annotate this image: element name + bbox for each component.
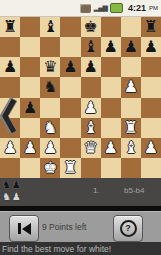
status-bar: ▂▄▆ 4:21 PM	[0, 0, 161, 17]
square-d6[interactable]: ♟	[60, 57, 80, 77]
square-f8[interactable]	[101, 17, 121, 37]
white-pawn: ♟	[23, 140, 37, 156]
captured-pieces-tray: ♞♟ ♞♟	[2, 179, 21, 203]
square-f3[interactable]	[101, 118, 121, 138]
black-bishop: ♝	[83, 39, 97, 55]
black-king: ♚	[83, 19, 97, 35]
square-e3[interactable]: ♝	[81, 118, 101, 138]
question-mark-icon: ?	[120, 220, 137, 237]
square-f6[interactable]	[101, 57, 121, 77]
square-b7[interactable]	[20, 37, 40, 57]
square-b2[interactable]: ♟	[20, 138, 40, 158]
square-c4[interactable]	[40, 98, 60, 118]
square-e6[interactable]: ♟	[81, 57, 101, 77]
square-c1[interactable]: ♚	[40, 158, 60, 178]
square-e8[interactable]: ♚	[81, 17, 101, 37]
square-g8[interactable]	[121, 17, 141, 37]
toolbar: 9 Points left ?	[0, 211, 161, 242]
square-a2[interactable]: ♟	[0, 138, 20, 158]
square-f7[interactable]: ♟	[101, 37, 121, 57]
square-c2[interactable]: ♟	[40, 138, 60, 158]
captured-white-knight: ♞	[2, 191, 11, 203]
square-h2[interactable]: ♟	[141, 138, 161, 158]
square-g7[interactable]: ♟	[121, 37, 141, 57]
white-pawn: ♟	[144, 140, 158, 156]
white-king: ♚	[43, 160, 57, 176]
black-rook: ♜	[3, 19, 17, 35]
prompt-message: Find the best move for white!	[0, 242, 161, 255]
captured-white-pieces: ♞♟	[2, 191, 21, 203]
help-button[interactable]: ?	[113, 215, 143, 242]
black-pawn: ♟	[23, 100, 37, 116]
square-h7[interactable]: ♟	[141, 37, 161, 57]
white-bishop: ♝	[83, 120, 97, 136]
black-rook: ♜	[144, 19, 158, 35]
black-queen: ♛	[43, 59, 57, 75]
square-b4[interactable]: ♟	[20, 98, 40, 118]
previous-move-arrow-icon[interactable]	[0, 94, 17, 138]
square-a1[interactable]	[0, 158, 20, 178]
square-g4[interactable]	[121, 98, 141, 118]
square-d4[interactable]	[60, 98, 80, 118]
clock-meridiem: PM	[149, 5, 158, 11]
rewind-button[interactable]	[9, 215, 39, 242]
square-d1[interactable]: ♜	[60, 158, 80, 178]
white-pawn: ♟	[3, 140, 17, 156]
square-g2[interactable]: ♝	[121, 138, 141, 158]
square-h3[interactable]	[141, 118, 161, 138]
square-e1[interactable]	[81, 158, 101, 178]
black-pawn: ♟	[63, 59, 77, 75]
square-c7[interactable]	[40, 37, 60, 57]
square-f4[interactable]	[101, 98, 121, 118]
square-g5[interactable]: ♟	[121, 77, 141, 97]
captured-white-pawn: ♟	[12, 191, 21, 203]
black-pawn: ♟	[104, 39, 118, 55]
square-g3[interactable]: ♜	[121, 118, 141, 138]
move-number: 1.	[93, 186, 100, 195]
clock-time: 4:21	[128, 3, 146, 13]
white-bishop: ♝	[124, 140, 138, 156]
captured-black-knight: ♞	[2, 179, 11, 191]
square-h8[interactable]: ♜	[141, 17, 161, 37]
square-e5[interactable]	[81, 77, 101, 97]
signal-strength-icon: ▂▄▆	[94, 4, 107, 13]
white-pawn: ♟	[124, 79, 138, 95]
black-bishop: ♝	[43, 19, 57, 35]
skip-to-start-icon	[18, 223, 21, 234]
black-knight: ♞	[43, 79, 57, 95]
square-b3[interactable]	[20, 118, 40, 138]
square-b6[interactable]	[20, 57, 40, 77]
square-d2[interactable]	[60, 138, 80, 158]
white-queen: ♛	[83, 140, 97, 156]
square-h4[interactable]	[141, 98, 161, 118]
square-a7[interactable]	[0, 37, 20, 57]
square-c3[interactable]: ♞	[40, 118, 60, 138]
black-pawn: ♟	[3, 59, 17, 75]
captured-black-pawn: ♟	[12, 179, 21, 191]
white-pawn: ♟	[43, 140, 57, 156]
chess-board[interactable]: ♜♝♚♜♝♟♟♟♟♛♟♟♞♟♟♟♞♝♜♟♟♟♛♟♝♟♚♜	[0, 17, 161, 178]
square-e7[interactable]: ♝	[81, 37, 101, 57]
square-a8[interactable]: ♜	[0, 17, 20, 37]
black-pawn: ♟	[83, 59, 97, 75]
square-c6[interactable]: ♛	[40, 57, 60, 77]
black-pawn: ♟	[124, 39, 138, 55]
white-rook: ♜	[124, 120, 138, 136]
square-c5[interactable]: ♞	[40, 77, 60, 97]
square-e2[interactable]: ♛	[81, 138, 101, 158]
move-strip: ♞♟ ♞♟ 1. b5-b4	[0, 178, 161, 206]
square-h1[interactable]	[141, 158, 161, 178]
square-f1[interactable]	[101, 158, 121, 178]
square-d8[interactable]	[60, 17, 80, 37]
square-b5[interactable]	[20, 77, 40, 97]
white-knight: ♞	[43, 120, 57, 136]
square-d3[interactable]	[60, 118, 80, 138]
network-icon	[80, 4, 91, 13]
square-h5[interactable]	[141, 77, 161, 97]
last-move: b5-b4	[124, 186, 144, 195]
square-f5[interactable]	[101, 77, 121, 97]
square-b1[interactable]	[20, 158, 40, 178]
square-e4[interactable]: ♟	[81, 98, 101, 118]
square-g6[interactable]	[121, 57, 141, 77]
square-g1[interactable]	[121, 158, 141, 178]
square-d7[interactable]	[60, 37, 80, 57]
points-left-label: 9 Points left	[42, 222, 86, 232]
square-c8[interactable]: ♝	[40, 17, 60, 37]
captured-black-pieces: ♞♟	[2, 179, 21, 191]
square-f2[interactable]: ♟	[101, 138, 121, 158]
square-b8[interactable]	[20, 17, 40, 37]
battery-icon	[110, 3, 123, 13]
white-pawn: ♟	[104, 140, 118, 156]
square-d5[interactable]	[60, 77, 80, 97]
black-pawn: ♟	[144, 39, 158, 55]
white-pawn: ♟	[83, 100, 97, 116]
white-rook: ♜	[63, 160, 77, 176]
square-h6[interactable]	[141, 57, 161, 77]
square-a6[interactable]: ♟	[0, 57, 20, 77]
